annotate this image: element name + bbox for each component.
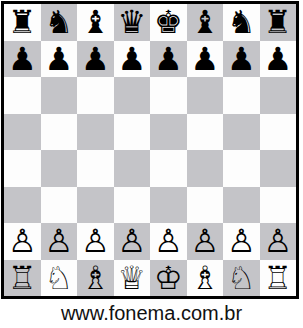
square-h7[interactable]: ♟ xyxy=(260,41,297,78)
square-c2[interactable]: ♙ xyxy=(77,223,114,260)
white-queen[interactable]: ♕ xyxy=(117,260,146,297)
square-b4[interactable] xyxy=(41,150,78,187)
square-a6[interactable] xyxy=(4,77,41,114)
white-rook[interactable]: ♖ xyxy=(8,260,37,297)
square-d2[interactable]: ♙ xyxy=(114,223,151,260)
black-pawn[interactable]: ♟ xyxy=(263,41,292,78)
white-pawn[interactable]: ♙ xyxy=(8,223,37,260)
black-pawn[interactable]: ♟ xyxy=(117,41,146,78)
square-g2[interactable]: ♙ xyxy=(223,223,260,260)
black-queen[interactable]: ♛ xyxy=(117,4,146,41)
square-b6[interactable] xyxy=(41,77,78,114)
black-bishop[interactable]: ♝ xyxy=(81,4,110,41)
square-f1[interactable]: ♗ xyxy=(187,260,224,297)
white-pawn[interactable]: ♙ xyxy=(227,223,256,260)
square-b7[interactable]: ♟ xyxy=(41,41,78,78)
square-a5[interactable] xyxy=(4,114,41,151)
black-knight[interactable]: ♞ xyxy=(227,4,256,41)
square-c8[interactable]: ♝ xyxy=(77,4,114,41)
white-pawn[interactable]: ♙ xyxy=(154,223,183,260)
square-c1[interactable]: ♗ xyxy=(77,260,114,297)
square-f6[interactable] xyxy=(187,77,224,114)
square-f8[interactable]: ♝ xyxy=(187,4,224,41)
white-pawn[interactable]: ♙ xyxy=(81,223,110,260)
square-d4[interactable] xyxy=(114,150,151,187)
square-e1[interactable]: ♔ xyxy=(150,260,187,297)
watermark-url: www.fonema.com.br xyxy=(0,299,303,328)
white-pawn[interactable]: ♙ xyxy=(190,223,219,260)
square-e7[interactable]: ♟ xyxy=(150,41,187,78)
square-e8[interactable]: ♚ xyxy=(150,4,187,41)
white-pawn[interactable]: ♙ xyxy=(263,223,292,260)
black-knight[interactable]: ♞ xyxy=(44,4,73,41)
black-king[interactable]: ♚ xyxy=(154,4,183,41)
white-knight[interactable]: ♘ xyxy=(44,260,73,297)
square-c3[interactable] xyxy=(77,187,114,224)
square-d1[interactable]: ♕ xyxy=(114,260,151,297)
chess-board: ♜♞♝♛♚♝♞♜♟♟♟♟♟♟♟♟♙♙♙♙♙♙♙♙♖♘♗♕♔♗♘♖ xyxy=(1,1,299,299)
white-bishop[interactable]: ♗ xyxy=(190,260,219,297)
square-g1[interactable]: ♘ xyxy=(223,260,260,297)
square-d5[interactable] xyxy=(114,114,151,151)
square-c4[interactable] xyxy=(77,150,114,187)
black-rook[interactable]: ♜ xyxy=(8,4,37,41)
square-b8[interactable]: ♞ xyxy=(41,4,78,41)
square-h3[interactable] xyxy=(260,187,297,224)
square-a2[interactable]: ♙ xyxy=(4,223,41,260)
square-h5[interactable] xyxy=(260,114,297,151)
square-g5[interactable] xyxy=(223,114,260,151)
chess-diagram: ♜♞♝♛♚♝♞♜♟♟♟♟♟♟♟♟♙♙♙♙♙♙♙♙♖♘♗♕♔♗♘♖ www.fon… xyxy=(0,0,303,328)
square-g8[interactable]: ♞ xyxy=(223,4,260,41)
square-h6[interactable] xyxy=(260,77,297,114)
white-bishop[interactable]: ♗ xyxy=(81,260,110,297)
square-b1[interactable]: ♘ xyxy=(41,260,78,297)
square-a7[interactable]: ♟ xyxy=(4,41,41,78)
black-pawn[interactable]: ♟ xyxy=(8,41,37,78)
black-pawn[interactable]: ♟ xyxy=(44,41,73,78)
square-d3[interactable] xyxy=(114,187,151,224)
white-pawn[interactable]: ♙ xyxy=(117,223,146,260)
square-f2[interactable]: ♙ xyxy=(187,223,224,260)
square-f7[interactable]: ♟ xyxy=(187,41,224,78)
square-a4[interactable] xyxy=(4,150,41,187)
square-f4[interactable] xyxy=(187,150,224,187)
square-e5[interactable] xyxy=(150,114,187,151)
black-pawn[interactable]: ♟ xyxy=(154,41,183,78)
square-g3[interactable] xyxy=(223,187,260,224)
square-d7[interactable]: ♟ xyxy=(114,41,151,78)
square-e3[interactable] xyxy=(150,187,187,224)
square-a1[interactable]: ♖ xyxy=(4,260,41,297)
black-rook[interactable]: ♜ xyxy=(263,4,292,41)
square-f5[interactable] xyxy=(187,114,224,151)
square-h2[interactable]: ♙ xyxy=(260,223,297,260)
square-e6[interactable] xyxy=(150,77,187,114)
black-pawn[interactable]: ♟ xyxy=(190,41,219,78)
white-rook[interactable]: ♖ xyxy=(263,260,292,297)
square-e4[interactable] xyxy=(150,150,187,187)
square-h1[interactable]: ♖ xyxy=(260,260,297,297)
square-c7[interactable]: ♟ xyxy=(77,41,114,78)
square-g7[interactable]: ♟ xyxy=(223,41,260,78)
white-king[interactable]: ♔ xyxy=(154,260,183,297)
black-bishop[interactable]: ♝ xyxy=(190,4,219,41)
white-pawn[interactable]: ♙ xyxy=(44,223,73,260)
square-f3[interactable] xyxy=(187,187,224,224)
square-d6[interactable] xyxy=(114,77,151,114)
square-a8[interactable]: ♜ xyxy=(4,4,41,41)
square-c6[interactable] xyxy=(77,77,114,114)
square-h4[interactable] xyxy=(260,150,297,187)
black-pawn[interactable]: ♟ xyxy=(227,41,256,78)
square-a3[interactable] xyxy=(4,187,41,224)
square-c5[interactable] xyxy=(77,114,114,151)
square-e2[interactable]: ♙ xyxy=(150,223,187,260)
square-g4[interactable] xyxy=(223,150,260,187)
square-h8[interactable]: ♜ xyxy=(260,4,297,41)
square-b5[interactable] xyxy=(41,114,78,151)
white-knight[interactable]: ♘ xyxy=(227,260,256,297)
square-g6[interactable] xyxy=(223,77,260,114)
square-b3[interactable] xyxy=(41,187,78,224)
square-b2[interactable]: ♙ xyxy=(41,223,78,260)
square-d8[interactable]: ♛ xyxy=(114,4,151,41)
black-pawn[interactable]: ♟ xyxy=(81,41,110,78)
